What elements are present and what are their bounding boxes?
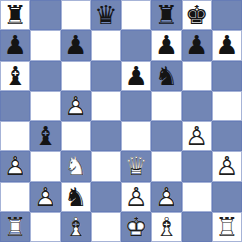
square-b3[interactable]	[30, 151, 60, 181]
square-f4[interactable]	[151, 121, 181, 151]
square-g4[interactable]: ♟♙	[182, 121, 212, 151]
piece-fill: ♝	[0, 61, 30, 91]
piece-white-rook[interactable]: ♜♖	[212, 212, 242, 242]
piece-fill: ♟	[121, 61, 151, 91]
piece-outline: ♔	[121, 212, 151, 242]
chess-board: ♜♛♜♚♟♟♟♟♟♝♟♞♟♙♝♟♙♟♙♞♘♛♕♟♙♟♙♞♟♙♟♙♜♖♝♗♚♔♝♗…	[0, 0, 242, 242]
square-b7[interactable]	[30, 30, 60, 60]
square-a4[interactable]	[0, 121, 30, 151]
square-d4[interactable]	[91, 121, 121, 151]
piece-black-pawn[interactable]: ♟	[0, 30, 30, 60]
square-d8[interactable]: ♛	[91, 0, 121, 30]
piece-black-knight[interactable]: ♞	[151, 61, 181, 91]
piece-white-pawn[interactable]: ♟♙	[212, 151, 242, 181]
square-b6[interactable]	[30, 61, 60, 91]
piece-outline: ♕	[121, 151, 151, 181]
square-c3[interactable]: ♞♘	[61, 151, 91, 181]
piece-outline: ♙	[182, 121, 212, 151]
square-f6[interactable]: ♞	[151, 61, 181, 91]
square-f2[interactable]: ♟♙	[151, 182, 181, 212]
piece-fill: ♚	[182, 0, 212, 30]
square-d7[interactable]	[91, 30, 121, 60]
piece-outline: ♙	[0, 151, 30, 181]
square-c6[interactable]	[61, 61, 91, 91]
square-f1[interactable]: ♝♗	[151, 212, 181, 242]
piece-fill: ♞	[61, 182, 91, 212]
square-d6[interactable]	[91, 61, 121, 91]
square-h8[interactable]	[212, 0, 242, 30]
square-a6[interactable]: ♝	[0, 61, 30, 91]
square-e6[interactable]: ♟	[121, 61, 151, 91]
square-b4[interactable]: ♝	[30, 121, 60, 151]
square-g2[interactable]	[182, 182, 212, 212]
square-h3[interactable]: ♟♙	[212, 151, 242, 181]
square-e5[interactable]	[121, 91, 151, 121]
piece-fill: ♝	[30, 121, 60, 151]
square-b1[interactable]	[30, 212, 60, 242]
square-d5[interactable]	[91, 91, 121, 121]
square-a3[interactable]: ♟♙	[0, 151, 30, 181]
piece-white-pawn[interactable]: ♟♙	[0, 151, 30, 181]
piece-outline: ♘	[61, 151, 91, 181]
square-a1[interactable]: ♜♖	[0, 212, 30, 242]
piece-white-pawn[interactable]: ♟♙	[30, 182, 60, 212]
square-c5[interactable]: ♟♙	[61, 91, 91, 121]
piece-outline: ♙	[30, 182, 60, 212]
piece-fill: ♛	[91, 0, 121, 30]
piece-outline: ♙	[61, 91, 91, 121]
square-c7[interactable]: ♟	[61, 30, 91, 60]
square-g7[interactable]: ♟	[182, 30, 212, 60]
piece-black-rook[interactable]: ♜	[151, 0, 181, 30]
piece-fill: ♟	[151, 30, 181, 60]
piece-black-pawn[interactable]: ♟	[61, 30, 91, 60]
square-c8[interactable]	[61, 0, 91, 30]
square-h5[interactable]	[212, 91, 242, 121]
piece-fill: ♜	[0, 0, 30, 30]
square-e2[interactable]: ♟♙	[121, 182, 151, 212]
piece-white-bishop[interactable]: ♝♗	[151, 212, 181, 242]
square-b5[interactable]	[30, 91, 60, 121]
piece-black-bishop[interactable]: ♝	[30, 121, 60, 151]
piece-black-rook[interactable]: ♜	[0, 0, 30, 30]
square-f7[interactable]: ♟	[151, 30, 181, 60]
piece-fill: ♟	[0, 30, 30, 60]
piece-outline: ♗	[151, 212, 181, 242]
square-h1[interactable]: ♜♖	[212, 212, 242, 242]
square-c2[interactable]: ♞	[61, 182, 91, 212]
square-a2[interactable]	[0, 182, 30, 212]
square-c1[interactable]: ♝♗	[61, 212, 91, 242]
piece-white-queen[interactable]: ♛♕	[121, 151, 151, 181]
piece-fill: ♟	[182, 30, 212, 60]
piece-black-queen[interactable]: ♛	[91, 0, 121, 30]
square-g8[interactable]: ♚	[182, 0, 212, 30]
piece-black-bishop[interactable]: ♝	[0, 61, 30, 91]
square-h4[interactable]	[212, 121, 242, 151]
square-a5[interactable]	[0, 91, 30, 121]
piece-fill: ♟	[61, 30, 91, 60]
piece-black-pawn[interactable]: ♟	[121, 61, 151, 91]
piece-white-king[interactable]: ♚♔	[121, 212, 151, 242]
piece-outline: ♙	[212, 151, 242, 181]
square-e7[interactable]	[121, 30, 151, 60]
square-g3[interactable]	[182, 151, 212, 181]
square-d2[interactable]	[91, 182, 121, 212]
square-a8[interactable]: ♜	[0, 0, 30, 30]
square-f5[interactable]	[151, 91, 181, 121]
square-d3[interactable]	[91, 151, 121, 181]
square-h2[interactable]	[212, 182, 242, 212]
square-e1[interactable]: ♚♔	[121, 212, 151, 242]
square-e3[interactable]: ♛♕	[121, 151, 151, 181]
square-g6[interactable]	[182, 61, 212, 91]
piece-white-knight[interactable]: ♞♘	[61, 151, 91, 181]
square-d1[interactable]	[91, 212, 121, 242]
square-g5[interactable]	[182, 91, 212, 121]
square-b2[interactable]: ♟♙	[30, 182, 60, 212]
piece-outline: ♖	[212, 212, 242, 242]
square-h7[interactable]: ♟	[212, 30, 242, 60]
piece-white-pawn[interactable]: ♟♙	[182, 121, 212, 151]
piece-outline: ♖	[0, 212, 30, 242]
piece-black-king[interactable]: ♚	[182, 0, 212, 30]
piece-outline: ♙	[151, 182, 181, 212]
square-f3[interactable]	[151, 151, 181, 181]
piece-outline: ♗	[61, 212, 91, 242]
square-h6[interactable]	[212, 61, 242, 91]
piece-white-pawn[interactable]: ♟♙	[61, 91, 91, 121]
square-c4[interactable]	[61, 121, 91, 151]
piece-fill: ♞	[151, 61, 181, 91]
piece-fill: ♟	[212, 30, 242, 60]
square-a7[interactable]: ♟	[0, 30, 30, 60]
square-g1[interactable]	[182, 212, 212, 242]
piece-black-pawn[interactable]: ♟	[151, 30, 181, 60]
square-f8[interactable]: ♜	[151, 0, 181, 30]
piece-black-pawn[interactable]: ♟	[212, 30, 242, 60]
piece-white-pawn[interactable]: ♟♙	[121, 182, 151, 212]
square-e8[interactable]	[121, 0, 151, 30]
piece-white-bishop[interactable]: ♝♗	[61, 212, 91, 242]
piece-black-pawn[interactable]: ♟	[182, 30, 212, 60]
piece-white-rook[interactable]: ♜♖	[0, 212, 30, 242]
square-b8[interactable]	[30, 0, 60, 30]
piece-outline: ♙	[121, 182, 151, 212]
piece-black-knight[interactable]: ♞	[61, 182, 91, 212]
piece-white-pawn[interactable]: ♟♙	[151, 182, 181, 212]
square-e4[interactable]	[121, 121, 151, 151]
piece-fill: ♜	[151, 0, 181, 30]
